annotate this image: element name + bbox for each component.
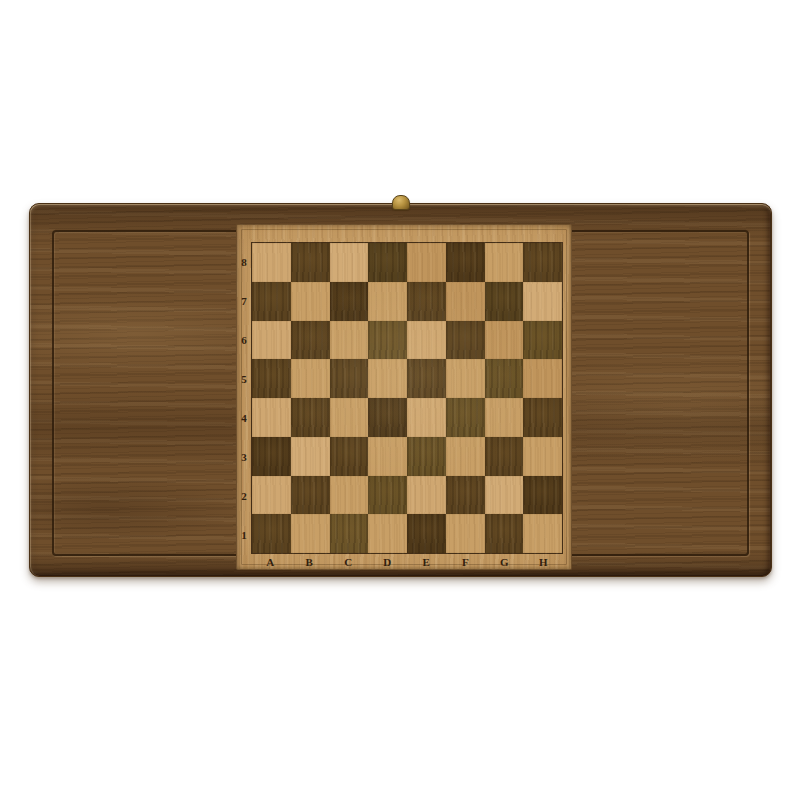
square-a3: [252, 437, 291, 476]
square-g3: [485, 437, 524, 476]
square-g6: [485, 321, 524, 360]
square-c3: [330, 437, 369, 476]
square-e2: [407, 476, 446, 515]
square-a6: [252, 321, 291, 360]
square-c1: [330, 514, 369, 553]
file-label-d: D: [368, 554, 407, 569]
square-f1: [446, 514, 485, 553]
square-c7: [330, 282, 369, 321]
square-b2: [291, 476, 330, 515]
square-h1: [523, 514, 562, 553]
file-label-c: C: [329, 554, 368, 569]
square-d8: [368, 243, 407, 282]
file-label-h: H: [524, 554, 563, 569]
square-b6: [291, 321, 330, 360]
rank-label-3: 3: [237, 437, 251, 476]
square-a2: [252, 476, 291, 515]
square-h8: [523, 243, 562, 282]
square-g1: [485, 514, 524, 553]
square-b1: [291, 514, 330, 553]
file-label-a: A: [251, 554, 290, 569]
square-a4: [252, 398, 291, 437]
square-g8: [485, 243, 524, 282]
square-f4: [446, 398, 485, 437]
square-h2: [523, 476, 562, 515]
square-f3: [446, 437, 485, 476]
square-g7: [485, 282, 524, 321]
square-b5: [291, 359, 330, 398]
square-d3: [368, 437, 407, 476]
wooden-case-lid: 87654321 ABCDEFGH: [29, 203, 772, 577]
chessboard-panel: 87654321 ABCDEFGH: [236, 224, 572, 570]
square-c2: [330, 476, 369, 515]
square-e8: [407, 243, 446, 282]
rank-label-1: 1: [237, 515, 251, 554]
square-e3: [407, 437, 446, 476]
square-b4: [291, 398, 330, 437]
square-g2: [485, 476, 524, 515]
square-a7: [252, 282, 291, 321]
rank-labels: 87654321: [237, 242, 251, 554]
file-label-g: G: [485, 554, 524, 569]
square-g4: [485, 398, 524, 437]
product-photo-scene: 87654321 ABCDEFGH: [0, 0, 800, 800]
file-labels: ABCDEFGH: [251, 554, 563, 569]
file-label-e: E: [407, 554, 446, 569]
square-d2: [368, 476, 407, 515]
square-f5: [446, 359, 485, 398]
square-e7: [407, 282, 446, 321]
square-f8: [446, 243, 485, 282]
square-b7: [291, 282, 330, 321]
square-e6: [407, 321, 446, 360]
square-d6: [368, 321, 407, 360]
square-e4: [407, 398, 446, 437]
square-c6: [330, 321, 369, 360]
rank-label-8: 8: [237, 242, 251, 281]
square-a1: [252, 514, 291, 553]
square-a5: [252, 359, 291, 398]
square-g5: [485, 359, 524, 398]
square-e1: [407, 514, 446, 553]
square-h3: [523, 437, 562, 476]
square-b3: [291, 437, 330, 476]
square-c5: [330, 359, 369, 398]
brass-latch-icon: [392, 195, 410, 210]
square-d4: [368, 398, 407, 437]
square-h4: [523, 398, 562, 437]
square-f6: [446, 321, 485, 360]
square-a8: [252, 243, 291, 282]
rank-label-2: 2: [237, 476, 251, 515]
square-f7: [446, 282, 485, 321]
square-h6: [523, 321, 562, 360]
square-d5: [368, 359, 407, 398]
square-b8: [291, 243, 330, 282]
square-h7: [523, 282, 562, 321]
rank-label-5: 5: [237, 359, 251, 398]
square-f2: [446, 476, 485, 515]
chess-board: [251, 242, 563, 554]
square-h5: [523, 359, 562, 398]
rank-label-7: 7: [237, 281, 251, 320]
rank-label-4: 4: [237, 398, 251, 437]
square-d1: [368, 514, 407, 553]
file-label-f: F: [446, 554, 485, 569]
square-e5: [407, 359, 446, 398]
square-c8: [330, 243, 369, 282]
file-label-b: B: [290, 554, 329, 569]
square-c4: [330, 398, 369, 437]
square-d7: [368, 282, 407, 321]
rank-label-6: 6: [237, 320, 251, 359]
